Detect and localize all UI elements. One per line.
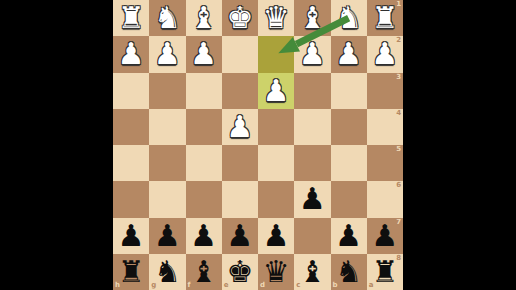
file-label-h: h [115, 282, 120, 289]
letterbox-background: ♜♞♝♚♛♝♞♜1♟♟♟♟♟♟2♟3♟45♟6♟♟♟♟♟♟♟7♜h♞g♝f♚e♛… [0, 0, 516, 290]
black-rook-piece: ♜ [118, 254, 145, 290]
black-pawn-piece: ♟ [118, 218, 145, 254]
white-pawn-piece: ♟ [335, 36, 362, 72]
square-b5[interactable] [331, 145, 367, 181]
file-label-d: d [260, 282, 265, 289]
square-b3[interactable] [331, 73, 367, 109]
black-pawn-piece: ♟ [226, 218, 253, 254]
black-pawn-piece: ♟ [263, 218, 290, 254]
square-h4[interactable] [113, 109, 149, 145]
square-e8[interactable]: ♚e [222, 254, 258, 290]
square-e1[interactable]: ♚ [222, 0, 258, 36]
file-label-c: c [296, 282, 300, 289]
square-c1[interactable]: ♝ [294, 0, 330, 36]
square-e5[interactable] [222, 145, 258, 181]
square-a8[interactable]: ♜8a [367, 254, 403, 290]
square-h6[interactable] [113, 181, 149, 217]
square-c4[interactable] [294, 109, 330, 145]
square-g1[interactable]: ♞ [149, 0, 185, 36]
square-a7[interactable]: ♟7 [367, 218, 403, 254]
square-h7[interactable]: ♟ [113, 218, 149, 254]
rank-label-7: 7 [396, 219, 401, 226]
square-c3[interactable] [294, 73, 330, 109]
rank-label-8: 8 [396, 255, 401, 262]
square-f4[interactable] [186, 109, 222, 145]
square-d1[interactable]: ♛ [258, 0, 294, 36]
square-c7[interactable] [294, 218, 330, 254]
square-d5[interactable] [258, 145, 294, 181]
white-bishop-piece: ♝ [190, 0, 217, 36]
square-h3[interactable] [113, 73, 149, 109]
black-king-piece: ♚ [226, 254, 253, 290]
square-h2[interactable]: ♟ [113, 36, 149, 72]
white-pawn-piece: ♟ [263, 73, 290, 109]
square-d4[interactable] [258, 109, 294, 145]
black-pawn-piece: ♟ [335, 218, 362, 254]
square-g4[interactable] [149, 109, 185, 145]
square-a2[interactable]: ♟2 [367, 36, 403, 72]
file-label-a: a [369, 282, 374, 289]
square-b7[interactable]: ♟ [331, 218, 367, 254]
square-e6[interactable] [222, 181, 258, 217]
black-bishop-piece: ♝ [299, 254, 326, 290]
white-pawn-piece: ♟ [371, 36, 398, 72]
square-e7[interactable]: ♟ [222, 218, 258, 254]
square-d3[interactable]: ♟ [258, 73, 294, 109]
black-knight-piece: ♞ [154, 254, 181, 290]
file-label-f: f [188, 282, 191, 289]
square-a6[interactable]: 6 [367, 181, 403, 217]
square-b2[interactable]: ♟ [331, 36, 367, 72]
rank-label-5: 5 [396, 146, 401, 153]
white-knight-piece: ♞ [154, 0, 181, 36]
square-f5[interactable] [186, 145, 222, 181]
square-f7[interactable]: ♟ [186, 218, 222, 254]
board-area: ♜♞♝♚♛♝♞♜1♟♟♟♟♟♟2♟3♟45♟6♟♟♟♟♟♟♟7♜h♞g♝f♚e♛… [113, 0, 403, 290]
black-pawn-piece: ♟ [299, 181, 326, 217]
square-g5[interactable] [149, 145, 185, 181]
square-f1[interactable]: ♝ [186, 0, 222, 36]
rank-label-2: 2 [396, 37, 401, 44]
square-h1[interactable]: ♜ [113, 0, 149, 36]
square-d6[interactable] [258, 181, 294, 217]
square-d7[interactable]: ♟ [258, 218, 294, 254]
black-knight-piece: ♞ [335, 254, 362, 290]
rank-label-1: 1 [396, 1, 401, 8]
white-knight-piece: ♞ [335, 0, 362, 36]
square-f6[interactable] [186, 181, 222, 217]
square-a5[interactable]: 5 [367, 145, 403, 181]
square-a4[interactable]: 4 [367, 109, 403, 145]
square-f8[interactable]: ♝f [186, 254, 222, 290]
square-b1[interactable]: ♞ [331, 0, 367, 36]
square-a1[interactable]: ♜1 [367, 0, 403, 36]
rank-label-3: 3 [396, 74, 401, 81]
file-label-b: b [333, 282, 338, 289]
white-king-piece: ♚ [226, 0, 253, 36]
square-e2[interactable] [222, 36, 258, 72]
square-d2[interactable] [258, 36, 294, 72]
square-h8[interactable]: ♜h [113, 254, 149, 290]
white-rook-piece: ♜ [118, 0, 145, 36]
square-g7[interactable]: ♟ [149, 218, 185, 254]
white-pawn-piece: ♟ [299, 36, 326, 72]
square-b4[interactable] [331, 109, 367, 145]
black-queen-piece: ♛ [263, 254, 290, 290]
square-f2[interactable]: ♟ [186, 36, 222, 72]
square-f3[interactable] [186, 73, 222, 109]
square-a3[interactable]: 3 [367, 73, 403, 109]
file-label-e: e [224, 282, 229, 289]
black-pawn-piece: ♟ [190, 218, 217, 254]
square-c8[interactable]: ♝c [294, 254, 330, 290]
square-b8[interactable]: ♞b [331, 254, 367, 290]
white-queen-piece: ♛ [263, 0, 290, 36]
square-g8[interactable]: ♞g [149, 254, 185, 290]
black-pawn-piece: ♟ [371, 218, 398, 254]
rank-label-6: 6 [396, 182, 401, 189]
square-h5[interactable] [113, 145, 149, 181]
file-label-g: g [151, 282, 156, 289]
square-c6[interactable]: ♟ [294, 181, 330, 217]
chess-board[interactable]: ♜♞♝♚♛♝♞♜1♟♟♟♟♟♟2♟3♟45♟6♟♟♟♟♟♟♟7♜h♞g♝f♚e♛… [113, 0, 403, 290]
square-c5[interactable] [294, 145, 330, 181]
square-g2[interactable]: ♟ [149, 36, 185, 72]
white-rook-piece: ♜ [371, 0, 398, 36]
square-b6[interactable] [331, 181, 367, 217]
black-bishop-piece: ♝ [190, 254, 217, 290]
white-pawn-piece: ♟ [190, 36, 217, 72]
rank-label-4: 4 [396, 110, 401, 117]
square-d8[interactable]: ♛d [258, 254, 294, 290]
square-e4[interactable]: ♟ [222, 109, 258, 145]
white-bishop-piece: ♝ [299, 0, 326, 36]
square-e3[interactable] [222, 73, 258, 109]
white-pawn-piece: ♟ [118, 36, 145, 72]
square-g3[interactable] [149, 73, 185, 109]
white-pawn-piece: ♟ [226, 109, 253, 145]
white-pawn-piece: ♟ [154, 36, 181, 72]
black-pawn-piece: ♟ [154, 218, 181, 254]
black-rook-piece: ♜ [371, 254, 398, 290]
square-g6[interactable] [149, 181, 185, 217]
square-c2[interactable]: ♟ [294, 36, 330, 72]
